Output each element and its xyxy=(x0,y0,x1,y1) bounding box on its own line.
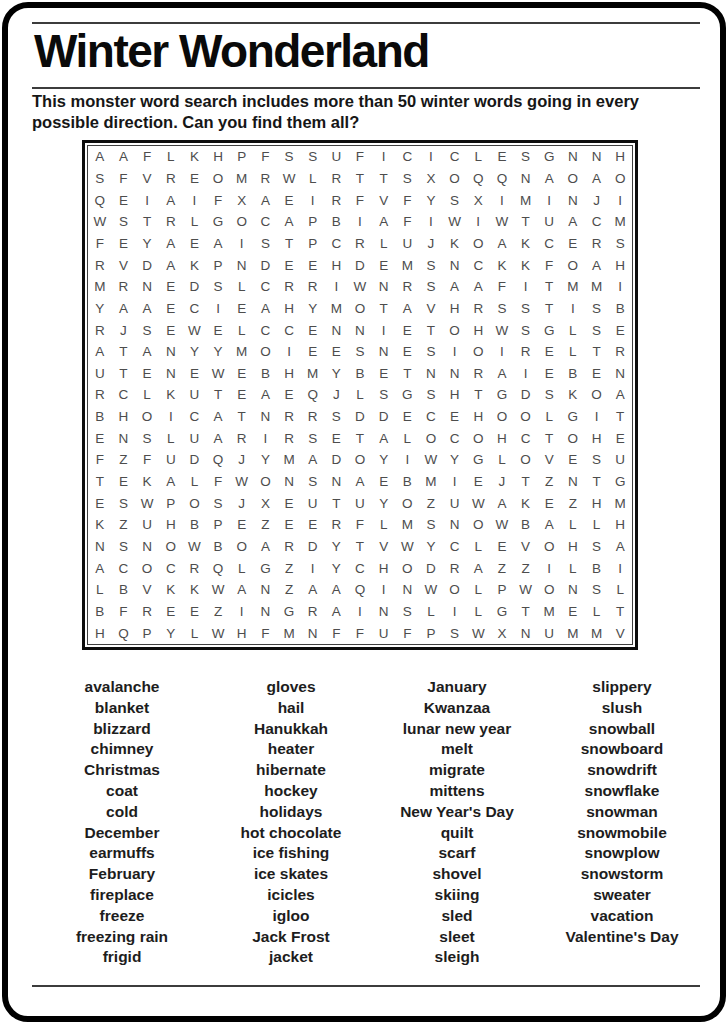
grid-cell: Z xyxy=(206,601,230,623)
grid-cell: E xyxy=(277,254,301,276)
grid-cell: S xyxy=(112,211,136,233)
grid-cell: O xyxy=(561,168,585,190)
grid-cell: P xyxy=(301,211,325,233)
grid-cell: H xyxy=(277,363,301,385)
grid-cell: A xyxy=(490,363,514,385)
grid-cell: D xyxy=(348,254,372,276)
grid-cell: M xyxy=(88,276,112,298)
grid-cell: C xyxy=(443,536,467,558)
grid-cell: T xyxy=(230,406,254,428)
grid-cell: J xyxy=(585,189,609,211)
grid-cell: J xyxy=(325,384,349,406)
grid-cell: A xyxy=(277,211,301,233)
grid-cell: C xyxy=(112,557,136,579)
grid-cell: Q xyxy=(112,622,136,644)
grid-cell: S xyxy=(395,168,419,190)
grid-cell: U xyxy=(443,492,467,514)
grid-cell: I xyxy=(561,298,585,320)
word-list-item: snowflake xyxy=(544,781,700,802)
grid-cell: Q xyxy=(490,168,514,190)
grid-cell: T xyxy=(112,341,136,363)
grid-cell: I xyxy=(325,276,349,298)
grid-cell: O xyxy=(514,449,538,471)
grid-cell: U xyxy=(135,514,159,536)
grid-cell: F xyxy=(348,146,372,168)
word-list-item: snowplow xyxy=(544,843,700,864)
grid-cell: T xyxy=(514,211,538,233)
word-list-item: February xyxy=(32,864,212,885)
grid-cell: Z xyxy=(112,514,136,536)
grid-cell: F xyxy=(254,146,278,168)
grid-cell: I xyxy=(490,341,514,363)
grid-cell: L xyxy=(490,449,514,471)
grid-cell: J xyxy=(419,233,443,255)
grid-cell: K xyxy=(561,384,585,406)
word-list-column: JanuaryKwanzaalunar new yearmeltmigratem… xyxy=(370,677,544,968)
grid-cell: P xyxy=(301,233,325,255)
grid-cell: G xyxy=(537,319,561,341)
grid-cell: K xyxy=(88,514,112,536)
grid-cell: M xyxy=(585,622,609,644)
word-list-item: coat xyxy=(32,781,212,802)
grid-cell: I xyxy=(301,189,325,211)
grid-cell: S xyxy=(514,146,538,168)
grid-cell: H xyxy=(561,536,585,558)
grid-cell: O xyxy=(514,406,538,428)
grid-cell: H xyxy=(608,514,632,536)
grid-cell: C xyxy=(419,406,443,428)
word-list-item: sleet xyxy=(370,927,544,948)
grid-cell: H xyxy=(466,406,490,428)
grid-cell: E xyxy=(88,492,112,514)
grid-cell: A xyxy=(88,146,112,168)
grid-cell: L xyxy=(608,579,632,601)
grid-cell: R xyxy=(277,536,301,558)
grid-cell: F xyxy=(348,622,372,644)
grid-cell: Q xyxy=(206,557,230,579)
grid-cell: W xyxy=(135,492,159,514)
grid-cell: E xyxy=(206,319,230,341)
word-list-item: gloves xyxy=(212,677,370,698)
grid-cell: S xyxy=(585,579,609,601)
grid-cell: T xyxy=(348,536,372,558)
grid-cell: W xyxy=(206,363,230,385)
grid-cell: I xyxy=(419,211,443,233)
word-list-item: freezing rain xyxy=(32,927,212,948)
grid-cell: H xyxy=(585,427,609,449)
grid-cell: K xyxy=(514,492,538,514)
grid-cell: R xyxy=(88,254,112,276)
grid-cell: A xyxy=(395,298,419,320)
word-search-grid-frame: AAFLKHPFSSUFICICLESGNNHSFVREOMRWLRTTSXOQ… xyxy=(82,140,638,650)
grid-cell: S xyxy=(206,276,230,298)
grid-cell: A xyxy=(301,579,325,601)
grid-cell: T xyxy=(608,601,632,623)
word-list-item: shovel xyxy=(370,864,544,885)
grid-cell: O xyxy=(466,233,490,255)
bottom-rule xyxy=(32,985,700,987)
grid-cell: P xyxy=(135,622,159,644)
grid-cell: X xyxy=(466,189,490,211)
word-list-item: scarf xyxy=(370,843,544,864)
word-list-item: hail xyxy=(212,698,370,719)
word-list-item: sleigh xyxy=(370,947,544,968)
grid-cell: E xyxy=(372,471,396,493)
grid-cell: F xyxy=(112,168,136,190)
grid-cell: C xyxy=(112,384,136,406)
grid-cell: A xyxy=(608,536,632,558)
grid-cell: E xyxy=(301,341,325,363)
word-list-item: blizzard xyxy=(32,719,212,740)
grid-cell: A xyxy=(466,276,490,298)
grid-cell: T xyxy=(466,384,490,406)
word-list-item: January xyxy=(370,677,544,698)
grid-cell: N xyxy=(585,146,609,168)
grid-cell: B xyxy=(88,406,112,428)
grid-cell: V xyxy=(372,189,396,211)
grid-cell: L xyxy=(466,601,490,623)
grid-cell: E xyxy=(183,363,207,385)
grid-cell: R xyxy=(608,341,632,363)
grid-cell: A xyxy=(206,406,230,428)
grid-cell: S xyxy=(301,471,325,493)
grid-cell: T xyxy=(372,168,396,190)
grid-cell: C xyxy=(395,146,419,168)
word-list-item: December xyxy=(32,823,212,844)
grid-cell: I xyxy=(230,233,254,255)
grid-cell: R xyxy=(254,168,278,190)
grid-cell: A xyxy=(325,601,349,623)
grid-cell: O xyxy=(537,536,561,558)
grid-cell: A xyxy=(135,341,159,363)
grid-cell: S xyxy=(537,384,561,406)
grid-cell: E xyxy=(183,168,207,190)
grid-cell: E xyxy=(230,514,254,536)
grid-cell: C xyxy=(443,146,467,168)
grid-cell: G xyxy=(395,384,419,406)
grid-cell: A xyxy=(585,254,609,276)
grid-cell: A xyxy=(135,298,159,320)
grid-cell: A xyxy=(372,427,396,449)
word-list-column: gloveshailHanukkahheaterhibernatehockeyh… xyxy=(212,677,370,968)
grid-cell: J xyxy=(112,319,136,341)
grid-cell: R xyxy=(183,557,207,579)
grid-cell: D xyxy=(514,384,538,406)
grid-cell: T xyxy=(112,363,136,385)
grid-cell: Y xyxy=(419,536,443,558)
grid-cell: Y xyxy=(325,536,349,558)
grid-cell: C xyxy=(254,276,278,298)
grid-cell: R xyxy=(159,168,183,190)
grid-cell: T xyxy=(608,406,632,428)
word-list-item: igloo xyxy=(212,906,370,927)
grid-cell: M xyxy=(585,276,609,298)
grid-cell: B xyxy=(325,211,349,233)
grid-cell: A xyxy=(301,449,325,471)
grid-cell: F xyxy=(348,514,372,536)
word-list-item: cold xyxy=(32,802,212,823)
grid-cell: M xyxy=(325,298,349,320)
grid-cell: P xyxy=(206,514,230,536)
grid-cell: W xyxy=(206,579,230,601)
grid-cell: W xyxy=(490,514,514,536)
grid-cell: S xyxy=(206,492,230,514)
word-list-item: Valentine's Day xyxy=(544,927,700,948)
grid-cell: Z xyxy=(254,514,278,536)
grid-cell: B xyxy=(585,557,609,579)
grid-cell: G xyxy=(277,601,301,623)
grid-cell: N xyxy=(135,536,159,558)
grid-cell: H xyxy=(372,557,396,579)
grid-cell: T xyxy=(348,427,372,449)
grid-cell: A xyxy=(608,384,632,406)
grid-cell: M xyxy=(561,622,585,644)
grid-cell: X xyxy=(419,168,443,190)
grid-cell: A xyxy=(159,233,183,255)
grid-cell: S xyxy=(419,254,443,276)
grid-cell: K xyxy=(443,233,467,255)
grid-cell: A xyxy=(537,168,561,190)
grid-cell: S xyxy=(112,492,136,514)
grid-cell: U xyxy=(348,492,372,514)
grid-cell: I xyxy=(372,579,396,601)
word-list-item: snowmobile xyxy=(544,823,700,844)
grid-cell: I xyxy=(372,319,396,341)
grid-cell: O xyxy=(490,406,514,428)
grid-cell: M xyxy=(608,211,632,233)
grid-cell: F xyxy=(395,211,419,233)
grid-cell: I xyxy=(348,211,372,233)
grid-cell: F xyxy=(490,276,514,298)
grid-cell: H xyxy=(608,146,632,168)
grid-cell: R xyxy=(301,601,325,623)
grid-cell: N xyxy=(159,341,183,363)
grid-cell: A xyxy=(325,579,349,601)
grid-cell: D xyxy=(419,557,443,579)
grid-cell: R xyxy=(230,427,254,449)
grid-cell: O xyxy=(206,168,230,190)
grid-cell: L xyxy=(561,319,585,341)
grid-cell: Y xyxy=(135,233,159,255)
word-list-item: fireplace xyxy=(32,885,212,906)
grid-cell: C xyxy=(183,406,207,428)
grid-cell: A xyxy=(88,341,112,363)
grid-cell: T xyxy=(537,276,561,298)
grid-cell: Y xyxy=(325,363,349,385)
grid-cell: H xyxy=(277,298,301,320)
grid-cell: L xyxy=(466,146,490,168)
grid-cell: W xyxy=(443,211,467,233)
grid-cell: Z xyxy=(419,492,443,514)
grid-cell: A xyxy=(254,384,278,406)
word-list-item: snowstorm xyxy=(544,864,700,885)
grid-cell: Y xyxy=(159,622,183,644)
grid-cell: X xyxy=(490,622,514,644)
grid-cell: E xyxy=(561,601,585,623)
grid-cell: L xyxy=(159,146,183,168)
grid-cell: R xyxy=(88,384,112,406)
grid-cell: F xyxy=(88,449,112,471)
grid-cell: F xyxy=(206,189,230,211)
word-list-item: snowball xyxy=(544,719,700,740)
grid-cell: X xyxy=(254,492,278,514)
word-list-column: slipperyslushsnowballsnowboardsnowdrifts… xyxy=(544,677,700,968)
grid-cell: N xyxy=(277,471,301,493)
word-list-item: ice fishing xyxy=(212,843,370,864)
grid-cell: L xyxy=(466,579,490,601)
grid-cell: I xyxy=(135,189,159,211)
grid-cell: K xyxy=(159,579,183,601)
grid-cell: M xyxy=(395,514,419,536)
word-list-item: migrate xyxy=(370,760,544,781)
grid-cell: F xyxy=(537,254,561,276)
grid-cell: N xyxy=(230,254,254,276)
grid-cell: V xyxy=(372,536,396,558)
grid-cell: G xyxy=(466,449,490,471)
grid-cell: F xyxy=(206,471,230,493)
grid-cell: F xyxy=(395,622,419,644)
grid-cell: M xyxy=(277,449,301,471)
grid-cell: C xyxy=(466,254,490,276)
word-search-grid: AAFLKHPFSSUFICICLESGNNHSFVREOMRWLRTTSXOQ… xyxy=(87,145,633,645)
grid-cell: O xyxy=(230,211,254,233)
grid-cell: L xyxy=(159,427,183,449)
grid-cell: I xyxy=(395,449,419,471)
grid-cell: D xyxy=(348,406,372,428)
grid-cell: T xyxy=(88,471,112,493)
grid-cell: O xyxy=(419,427,443,449)
grid-cell: B xyxy=(88,601,112,623)
grid-cell: P xyxy=(490,579,514,601)
word-list-item: snowman xyxy=(544,802,700,823)
grid-cell: L xyxy=(135,384,159,406)
grid-cell: C xyxy=(348,557,372,579)
grid-cell: Z xyxy=(561,492,585,514)
grid-cell: A xyxy=(206,427,230,449)
grid-cell: S xyxy=(372,384,396,406)
grid-cell: F xyxy=(135,146,159,168)
grid-cell: W xyxy=(183,319,207,341)
grid-cell: N xyxy=(135,276,159,298)
grid-cell: K xyxy=(490,254,514,276)
grid-cell: R xyxy=(159,211,183,233)
grid-cell: C xyxy=(585,211,609,233)
grid-cell: K xyxy=(183,146,207,168)
grid-cell: C xyxy=(277,319,301,341)
grid-cell: S xyxy=(254,233,278,255)
grid-cell: H xyxy=(585,492,609,514)
grid-cell: S xyxy=(585,536,609,558)
grid-cell: Y xyxy=(88,298,112,320)
grid-cell: L xyxy=(183,211,207,233)
grid-cell: E xyxy=(159,319,183,341)
grid-cell: I xyxy=(159,406,183,428)
grid-cell: E xyxy=(112,233,136,255)
grid-cell: Y xyxy=(206,341,230,363)
grid-cell: S xyxy=(301,146,325,168)
grid-cell: S xyxy=(277,146,301,168)
grid-cell: S xyxy=(301,427,325,449)
word-list-item: chimney xyxy=(32,739,212,760)
grid-cell: E xyxy=(230,384,254,406)
grid-cell: R xyxy=(301,276,325,298)
grid-cell: P xyxy=(159,492,183,514)
grid-cell: L xyxy=(561,557,585,579)
word-list-item: ice skates xyxy=(212,864,370,885)
grid-cell: L xyxy=(183,622,207,644)
grid-cell: Y xyxy=(443,449,467,471)
grid-cell: M xyxy=(230,168,254,190)
grid-cell: B xyxy=(254,363,278,385)
grid-cell: L xyxy=(561,341,585,363)
word-list-item: heater xyxy=(212,739,370,760)
grid-cell: N xyxy=(561,146,585,168)
word-list-item: blanket xyxy=(32,698,212,719)
grid-cell: R xyxy=(135,601,159,623)
grid-cell: T xyxy=(585,471,609,493)
grid-cell: I xyxy=(183,189,207,211)
grid-cell: A xyxy=(159,254,183,276)
grid-cell: H xyxy=(325,254,349,276)
grid-cell: T xyxy=(348,168,372,190)
grid-cell: S xyxy=(88,168,112,190)
grid-cell: R xyxy=(112,276,136,298)
grid-cell: E xyxy=(537,363,561,385)
grid-cell: O xyxy=(585,384,609,406)
grid-cell: E xyxy=(608,319,632,341)
grid-cell: K xyxy=(514,254,538,276)
grid-cell: U xyxy=(183,427,207,449)
grid-cell: A xyxy=(372,211,396,233)
grid-cell: F xyxy=(395,189,419,211)
grid-cell: A xyxy=(159,471,183,493)
grid-cell: S xyxy=(419,514,443,536)
grid-cell: A xyxy=(443,276,467,298)
grid-cell: I xyxy=(206,298,230,320)
word-list-column: avalancheblanketblizzardchimneyChristmas… xyxy=(32,677,212,968)
grid-cell: H xyxy=(490,427,514,449)
word-list-item: hockey xyxy=(212,781,370,802)
grid-cell: F xyxy=(88,233,112,255)
grid-cell: S xyxy=(419,341,443,363)
grid-cell: N xyxy=(419,363,443,385)
grid-cell: V xyxy=(537,449,561,471)
grid-cell: M xyxy=(537,601,561,623)
grid-cell: A xyxy=(466,557,490,579)
word-list-item: vacation xyxy=(544,906,700,927)
word-list-item: frigid xyxy=(32,947,212,968)
grid-cell: I xyxy=(443,341,467,363)
grid-cell: E xyxy=(372,363,396,385)
grid-cell: N xyxy=(159,363,183,385)
grid-cell: W xyxy=(348,276,372,298)
grid-cell: V xyxy=(135,168,159,190)
grid-cell: I xyxy=(277,341,301,363)
grid-cell: S xyxy=(490,298,514,320)
grid-cell: N xyxy=(325,319,349,341)
grid-cell: N xyxy=(112,427,136,449)
grid-cell: C xyxy=(159,557,183,579)
grid-cell: A xyxy=(348,471,372,493)
grid-cell: R xyxy=(277,406,301,428)
word-list-item: icicles xyxy=(212,885,370,906)
grid-cell: I xyxy=(537,189,561,211)
grid-cell: O xyxy=(443,168,467,190)
grid-cell: E xyxy=(301,254,325,276)
grid-cell: L xyxy=(585,601,609,623)
grid-cell: E xyxy=(183,233,207,255)
grid-cell: L xyxy=(585,514,609,536)
